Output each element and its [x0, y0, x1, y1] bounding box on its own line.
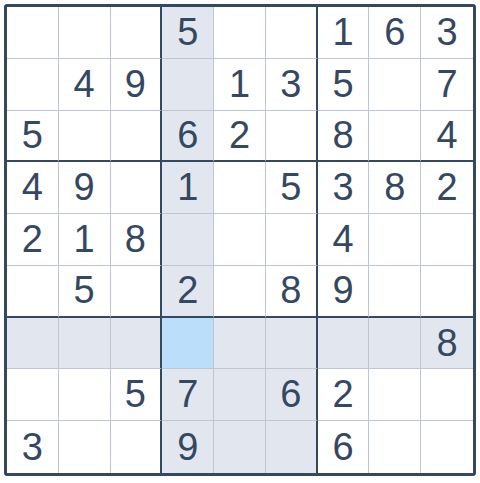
cell-r3c4[interactable]: 6	[162, 111, 214, 163]
cell-r2c6[interactable]: 3	[266, 59, 318, 111]
cell-r7c1[interactable]	[7, 318, 59, 370]
cell-r3c8[interactable]	[369, 111, 421, 163]
cell-r3c5[interactable]: 2	[214, 111, 266, 163]
cell-r5c2[interactable]: 1	[59, 214, 111, 266]
cell-r5c4[interactable]	[162, 214, 214, 266]
cell-r1c2[interactable]	[59, 7, 111, 59]
cell-r9c3[interactable]	[111, 421, 163, 473]
cell-r6c5[interactable]	[214, 266, 266, 318]
cell-r4c5[interactable]	[214, 162, 266, 214]
cell-r3c7[interactable]: 8	[318, 111, 370, 163]
cell-r2c8[interactable]	[369, 59, 421, 111]
cell-r6c2[interactable]: 5	[59, 266, 111, 318]
cell-r5c3[interactable]: 8	[111, 214, 163, 266]
cell-r6c7[interactable]: 9	[318, 266, 370, 318]
cell-r1c4[interactable]: 5	[162, 7, 214, 59]
cell-r2c3[interactable]: 9	[111, 59, 163, 111]
cell-r8c4[interactable]: 7	[162, 369, 214, 421]
cell-r2c5[interactable]: 1	[214, 59, 266, 111]
cell-r4c9[interactable]: 2	[421, 162, 473, 214]
cell-r6c8[interactable]	[369, 266, 421, 318]
cell-r4c1[interactable]: 4	[7, 162, 59, 214]
cell-r5c1[interactable]: 2	[7, 214, 59, 266]
cell-r8c3[interactable]: 5	[111, 369, 163, 421]
cell-r5c6[interactable]	[266, 214, 318, 266]
cell-r5c9[interactable]	[421, 214, 473, 266]
sudoku-board: 51634913575628449153822184528985762396	[4, 4, 476, 476]
cell-r8c1[interactable]	[7, 369, 59, 421]
cell-r4c4[interactable]: 1	[162, 162, 214, 214]
cell-r7c4[interactable]	[162, 318, 214, 370]
cell-r1c1[interactable]	[7, 7, 59, 59]
cell-r9c9[interactable]	[421, 421, 473, 473]
cell-r3c9[interactable]: 4	[421, 111, 473, 163]
cell-r4c7[interactable]: 3	[318, 162, 370, 214]
cell-r1c6[interactable]	[266, 7, 318, 59]
cell-r5c5[interactable]	[214, 214, 266, 266]
cell-r7c7[interactable]	[318, 318, 370, 370]
cell-r8c6[interactable]: 6	[266, 369, 318, 421]
cell-r6c6[interactable]: 8	[266, 266, 318, 318]
cell-r2c1[interactable]	[7, 59, 59, 111]
cell-r7c2[interactable]	[59, 318, 111, 370]
cell-r6c9[interactable]	[421, 266, 473, 318]
cell-r7c3[interactable]	[111, 318, 163, 370]
cell-r1c9[interactable]: 3	[421, 7, 473, 59]
sudoku-board-wrapper: 51634913575628449153822184528985762396	[0, 0, 480, 480]
cell-r7c5[interactable]	[214, 318, 266, 370]
cell-r7c8[interactable]	[369, 318, 421, 370]
cell-r3c6[interactable]	[266, 111, 318, 163]
cell-r1c3[interactable]	[111, 7, 163, 59]
cell-r1c5[interactable]	[214, 7, 266, 59]
cell-r6c3[interactable]	[111, 266, 163, 318]
cell-r3c3[interactable]	[111, 111, 163, 163]
cell-r9c8[interactable]	[369, 421, 421, 473]
cell-r9c1[interactable]: 3	[7, 421, 59, 473]
cell-r4c8[interactable]: 8	[369, 162, 421, 214]
cell-r3c1[interactable]: 5	[7, 111, 59, 163]
cell-r9c6[interactable]	[266, 421, 318, 473]
cell-r7c9[interactable]: 8	[421, 318, 473, 370]
cell-r8c9[interactable]	[421, 369, 473, 421]
cell-r2c2[interactable]: 4	[59, 59, 111, 111]
cell-r2c7[interactable]: 5	[318, 59, 370, 111]
cell-r8c8[interactable]	[369, 369, 421, 421]
cell-r1c8[interactable]: 6	[369, 7, 421, 59]
cell-r6c4[interactable]: 2	[162, 266, 214, 318]
cell-r5c8[interactable]	[369, 214, 421, 266]
cell-r4c6[interactable]: 5	[266, 162, 318, 214]
cell-r9c2[interactable]	[59, 421, 111, 473]
cell-r6c1[interactable]	[7, 266, 59, 318]
cell-r8c5[interactable]	[214, 369, 266, 421]
cell-r9c4[interactable]: 9	[162, 421, 214, 473]
cell-r2c4[interactable]	[162, 59, 214, 111]
cell-r1c7[interactable]: 1	[318, 7, 370, 59]
cell-r9c7[interactable]: 6	[318, 421, 370, 473]
cell-r4c2[interactable]: 9	[59, 162, 111, 214]
cell-r4c3[interactable]	[111, 162, 163, 214]
cell-r3c2[interactable]	[59, 111, 111, 163]
cell-r8c2[interactable]	[59, 369, 111, 421]
cell-r8c7[interactable]: 2	[318, 369, 370, 421]
cell-r9c5[interactable]	[214, 421, 266, 473]
cell-r7c6[interactable]	[266, 318, 318, 370]
cell-r2c9[interactable]: 7	[421, 59, 473, 111]
cell-r5c7[interactable]: 4	[318, 214, 370, 266]
